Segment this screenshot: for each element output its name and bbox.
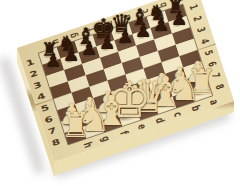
chess-piece-dark-pawn-b2[interactable]: ♟ — [153, 15, 170, 34]
chess-piece-dark-pawn-f2[interactable]: ♟ — [81, 40, 98, 59]
chess-set-photo: 1122334455667788hhggffeeddccbbaa ♜♞♟♝♟♛♟… — [0, 0, 240, 186]
chess-piece-dark-pawn-e2[interactable]: ♟ — [99, 34, 116, 53]
chess-piece-dark-pawn-c2[interactable]: ♟ — [135, 21, 152, 40]
chess-piece-dark-pawn-g2[interactable]: ♟ — [63, 46, 80, 65]
chess-piece-dark-pawn-a2[interactable]: ♟ — [171, 9, 188, 28]
pieces-layer: ♜♞♟♝♟♛♟♚♟♝♟♞♟♜♟♟♟♟♜♟♞♟♝♟♛♟♚♟♝♟♞♜ — [0, 0, 240, 186]
chess-piece-dark-pawn-h2[interactable]: ♟ — [45, 52, 62, 71]
chess-piece-dark-pawn-d2[interactable]: ♟ — [117, 27, 134, 46]
chess-piece-light-rook-h8[interactable]: ♜ — [60, 107, 91, 142]
